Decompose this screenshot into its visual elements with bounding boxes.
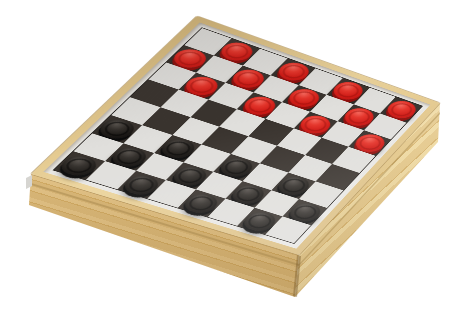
scene [0,0,470,323]
checkerboard-grid[interactable] [53,27,424,244]
checkers-board[interactable] [31,16,440,255]
